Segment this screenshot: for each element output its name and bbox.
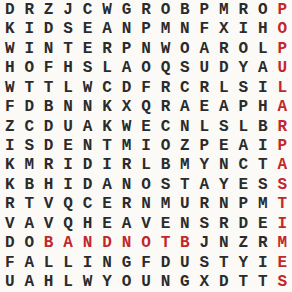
cell-r8c6[interactable]: T — [97, 136, 116, 155]
cell-r7c3[interactable]: D — [39, 117, 58, 136]
cell-r9c4[interactable]: I — [58, 156, 77, 175]
cell-r3c14[interactable]: L — [253, 39, 272, 58]
cell-r4c9[interactable]: Q — [156, 58, 175, 77]
cell-r5c3[interactable]: T — [39, 78, 58, 97]
cell-r6c3[interactable]: B — [39, 97, 58, 116]
cell-r15c3[interactable]: H — [39, 273, 58, 292]
cell-r14c4[interactable]: L — [58, 253, 77, 272]
cell-r12c9[interactable]: E — [156, 214, 175, 233]
cell-r5c13[interactable]: S — [234, 78, 253, 97]
cell-r4c1[interactable]: H — [0, 58, 19, 77]
cell-r10c14[interactable]: S — [253, 175, 272, 194]
cell-r15c1[interactable]: U — [0, 273, 19, 292]
cell-r11c15[interactable]: T — [273, 195, 292, 214]
cell-r3c7[interactable]: P — [117, 39, 136, 58]
cell-r14c2[interactable]: A — [19, 253, 38, 272]
cell-r6c12[interactable]: A — [214, 97, 233, 116]
cell-r14c13[interactable]: Y — [234, 253, 253, 272]
cell-r2c15[interactable]: O — [273, 19, 292, 38]
cell-r1c7[interactable]: G — [117, 0, 136, 19]
cell-r4c7[interactable]: A — [117, 58, 136, 77]
cell-r5c12[interactable]: L — [214, 78, 233, 97]
cell-r10c1[interactable]: K — [0, 175, 19, 194]
cell-r9c6[interactable]: I — [97, 156, 116, 175]
cell-r8c3[interactable]: D — [39, 136, 58, 155]
cell-r5c9[interactable]: R — [156, 78, 175, 97]
cell-r13c13[interactable]: Z — [234, 234, 253, 253]
cell-r9c13[interactable]: C — [234, 156, 253, 175]
cell-r8c13[interactable]: A — [234, 136, 253, 155]
cell-r10c9[interactable]: S — [156, 175, 175, 194]
cell-r1c11[interactable]: P — [195, 0, 214, 19]
cell-r14c5[interactable]: I — [78, 253, 97, 272]
cell-r11c14[interactable]: M — [253, 195, 272, 214]
cell-r7c13[interactable]: L — [234, 117, 253, 136]
cell-r2c7[interactable]: N — [117, 19, 136, 38]
cell-r5c14[interactable]: I — [253, 78, 272, 97]
cell-r7c4[interactable]: U — [58, 117, 77, 136]
cell-r1c12[interactable]: M — [214, 0, 233, 19]
cell-r4c15[interactable]: U — [273, 58, 292, 77]
cell-r5c6[interactable]: C — [97, 78, 116, 97]
cell-r1c15[interactable]: P — [273, 0, 292, 19]
cell-r1c1[interactable]: D — [0, 0, 19, 19]
cell-r15c5[interactable]: W — [78, 273, 97, 292]
cell-r14c14[interactable]: I — [253, 253, 272, 272]
cell-r15c13[interactable]: T — [234, 273, 253, 292]
cell-r14c6[interactable]: N — [97, 253, 116, 272]
cell-r14c15[interactable]: E — [273, 253, 292, 272]
word-search-grid: DRZJCWGROBPMROPKIDSEANPMNFXIHOWINTERPNWO… — [0, 0, 292, 292]
cell-r10c7[interactable]: N — [117, 175, 136, 194]
cell-r12c14[interactable]: E — [253, 214, 272, 233]
cell-r9c3[interactable]: R — [39, 156, 58, 175]
cell-r6c8[interactable]: Q — [136, 97, 155, 116]
cell-r1c5[interactable]: C — [78, 0, 97, 19]
cell-r11c13[interactable]: P — [234, 195, 253, 214]
cell-r7c11[interactable]: L — [195, 117, 214, 136]
cell-r11c9[interactable]: M — [156, 195, 175, 214]
cell-r5c8[interactable]: F — [136, 78, 155, 97]
cell-r10c15[interactable]: S — [273, 175, 292, 194]
cell-r3c2[interactable]: I — [19, 39, 38, 58]
cell-r7c10[interactable]: N — [175, 117, 194, 136]
cell-r9c15[interactable]: A — [273, 156, 292, 175]
cell-r15c10[interactable]: G — [175, 273, 194, 292]
cell-r2c13[interactable]: I — [234, 19, 253, 38]
cell-r3c5[interactable]: E — [78, 39, 97, 58]
cell-r4c10[interactable]: S — [175, 58, 194, 77]
cell-r13c10[interactable]: B — [175, 234, 194, 253]
cell-r12c13[interactable]: D — [234, 214, 253, 233]
cell-r4c6[interactable]: L — [97, 58, 116, 77]
cell-r13c9[interactable]: T — [156, 234, 175, 253]
cell-r14c1[interactable]: F — [0, 253, 19, 272]
cell-r5c11[interactable]: R — [195, 78, 214, 97]
cell-r3c9[interactable]: W — [156, 39, 175, 58]
cell-r3c6[interactable]: R — [97, 39, 116, 58]
cell-r15c12[interactable]: D — [214, 273, 233, 292]
cell-r8c11[interactable]: P — [195, 136, 214, 155]
cell-r13c1[interactable]: D — [0, 234, 19, 253]
cell-r2c14[interactable]: H — [253, 19, 272, 38]
cell-r6c1[interactable]: F — [0, 97, 19, 116]
cell-r5c1[interactable]: W — [0, 78, 19, 97]
cell-r1c8[interactable]: R — [136, 0, 155, 19]
cell-r7c14[interactable]: B — [253, 117, 272, 136]
cell-r1c4[interactable]: J — [58, 0, 77, 19]
cell-r11c4[interactable]: Q — [58, 195, 77, 214]
cell-r2c10[interactable]: N — [175, 19, 194, 38]
cell-r10c6[interactable]: A — [97, 175, 116, 194]
cell-r10c2[interactable]: B — [19, 175, 38, 194]
cell-r14c8[interactable]: F — [136, 253, 155, 272]
cell-r15c8[interactable]: U — [136, 273, 155, 292]
cell-r9c9[interactable]: B — [156, 156, 175, 175]
cell-r10c12[interactable]: Y — [214, 175, 233, 194]
cell-r13c11[interactable]: J — [195, 234, 214, 253]
cell-r7c6[interactable]: K — [97, 117, 116, 136]
cell-r7c1[interactable]: Z — [0, 117, 19, 136]
cell-r12c2[interactable]: A — [19, 214, 38, 233]
cell-r2c11[interactable]: F — [195, 19, 214, 38]
cell-r6c11[interactable]: E — [195, 97, 214, 116]
cell-r6c13[interactable]: P — [234, 97, 253, 116]
cell-r6c5[interactable]: N — [78, 97, 97, 116]
cell-r11c5[interactable]: C — [78, 195, 97, 214]
cell-r3c1[interactable]: W — [0, 39, 19, 58]
cell-r2c12[interactable]: X — [214, 19, 233, 38]
cell-r2c1[interactable]: K — [0, 19, 19, 38]
cell-r5c10[interactable]: C — [175, 78, 194, 97]
cell-r15c9[interactable]: N — [156, 273, 175, 292]
cell-r4c14[interactable]: A — [253, 58, 272, 77]
cell-r8c14[interactable]: I — [253, 136, 272, 155]
cell-r9c10[interactable]: M — [175, 156, 194, 175]
cell-r2c2[interactable]: I — [19, 19, 38, 38]
cell-r5c4[interactable]: L — [58, 78, 77, 97]
cell-r5c7[interactable]: D — [117, 78, 136, 97]
cell-r8c4[interactable]: E — [58, 136, 77, 155]
cell-r14c7[interactable]: G — [117, 253, 136, 272]
cell-r4c12[interactable]: D — [214, 58, 233, 77]
cell-r3c15[interactable]: P — [273, 39, 292, 58]
cell-r12c1[interactable]: V — [0, 214, 19, 233]
cell-r1c14[interactable]: O — [253, 0, 272, 19]
cell-r15c11[interactable]: X — [195, 273, 214, 292]
cell-r2c9[interactable]: M — [156, 19, 175, 38]
cell-r10c10[interactable]: T — [175, 175, 194, 194]
cell-r3c13[interactable]: O — [234, 39, 253, 58]
cell-r8c8[interactable]: I — [136, 136, 155, 155]
cell-r15c2[interactable]: A — [19, 273, 38, 292]
cell-r6c7[interactable]: X — [117, 97, 136, 116]
cell-r8c10[interactable]: Z — [175, 136, 194, 155]
cell-r12c11[interactable]: S — [195, 214, 214, 233]
cell-r15c6[interactable]: Y — [97, 273, 116, 292]
cell-r6c9[interactable]: R — [156, 97, 175, 116]
cell-r2c5[interactable]: E — [78, 19, 97, 38]
cell-r4c5[interactable]: S — [78, 58, 97, 77]
cell-r13c5[interactable]: N — [78, 234, 97, 253]
cell-r12c5[interactable]: H — [78, 214, 97, 233]
cell-r6c10[interactable]: A — [175, 97, 194, 116]
cell-r14c10[interactable]: U — [175, 253, 194, 272]
cell-r12c12[interactable]: R — [214, 214, 233, 233]
cell-r10c13[interactable]: E — [234, 175, 253, 194]
cell-r3c10[interactable]: O — [175, 39, 194, 58]
cell-r5c2[interactable]: T — [19, 78, 38, 97]
cell-r14c12[interactable]: T — [214, 253, 233, 272]
cell-r14c3[interactable]: L — [39, 253, 58, 272]
cell-r4c2[interactable]: O — [19, 58, 38, 77]
cell-r8c5[interactable]: N — [78, 136, 97, 155]
cell-r4c8[interactable]: O — [136, 58, 155, 77]
cell-r3c4[interactable]: T — [58, 39, 77, 58]
cell-r9c14[interactable]: T — [253, 156, 272, 175]
cell-r1c9[interactable]: O — [156, 0, 175, 19]
cell-r12c15[interactable]: I — [273, 214, 292, 233]
cell-r9c11[interactable]: Y — [195, 156, 214, 175]
cell-r10c3[interactable]: H — [39, 175, 58, 194]
cell-r3c12[interactable]: R — [214, 39, 233, 58]
cell-r9c5[interactable]: D — [78, 156, 97, 175]
cell-r6c14[interactable]: H — [253, 97, 272, 116]
cell-r13c14[interactable]: R — [253, 234, 272, 253]
cell-r9c1[interactable]: K — [0, 156, 19, 175]
cell-r4c11[interactable]: U — [195, 58, 214, 77]
cell-r11c6[interactable]: E — [97, 195, 116, 214]
cell-r12c6[interactable]: E — [97, 214, 116, 233]
cell-r10c11[interactable]: A — [195, 175, 214, 194]
cell-r10c8[interactable]: O — [136, 175, 155, 194]
cell-r12c4[interactable]: Q — [58, 214, 77, 233]
cell-r12c7[interactable]: A — [117, 214, 136, 233]
cell-r7c15[interactable]: R — [273, 117, 292, 136]
cell-r15c15[interactable]: S — [273, 273, 292, 292]
cell-r8c12[interactable]: E — [214, 136, 233, 155]
cell-r11c10[interactable]: U — [175, 195, 194, 214]
cell-r8c7[interactable]: M — [117, 136, 136, 155]
cell-r2c4[interactable]: S — [58, 19, 77, 38]
cell-r13c3[interactable]: B — [39, 234, 58, 253]
cell-r1c13[interactable]: R — [234, 0, 253, 19]
cell-r4c13[interactable]: Y — [234, 58, 253, 77]
cell-r1c10[interactable]: B — [175, 0, 194, 19]
cell-r11c3[interactable]: V — [39, 195, 58, 214]
cell-r11c7[interactable]: R — [117, 195, 136, 214]
cell-r9c7[interactable]: R — [117, 156, 136, 175]
cell-r2c3[interactable]: D — [39, 19, 58, 38]
cell-r14c11[interactable]: S — [195, 253, 214, 272]
cell-r8c2[interactable]: S — [19, 136, 38, 155]
cell-r14c9[interactable]: D — [156, 253, 175, 272]
cell-r7c5[interactable]: A — [78, 117, 97, 136]
cell-r6c15[interactable]: A — [273, 97, 292, 116]
cell-r13c7[interactable]: N — [117, 234, 136, 253]
cell-r12c3[interactable]: V — [39, 214, 58, 233]
cell-r9c2[interactable]: M — [19, 156, 38, 175]
cell-r13c8[interactable]: O — [136, 234, 155, 253]
cell-r6c6[interactable]: K — [97, 97, 116, 116]
cell-r3c11[interactable]: A — [195, 39, 214, 58]
cell-r5c15[interactable]: L — [273, 78, 292, 97]
cell-r13c12[interactable]: N — [214, 234, 233, 253]
cell-r7c8[interactable]: E — [136, 117, 155, 136]
cell-r11c8[interactable]: N — [136, 195, 155, 214]
cell-r11c12[interactable]: N — [214, 195, 233, 214]
cell-r8c1[interactable]: I — [0, 136, 19, 155]
cell-r7c2[interactable]: C — [19, 117, 38, 136]
cell-r13c4[interactable]: A — [58, 234, 77, 253]
cell-r2c8[interactable]: P — [136, 19, 155, 38]
cell-r12c8[interactable]: V — [136, 214, 155, 233]
cell-r15c4[interactable]: L — [58, 273, 77, 292]
cell-r2c6[interactable]: A — [97, 19, 116, 38]
cell-r13c15[interactable]: M — [273, 234, 292, 253]
cell-r15c14[interactable]: T — [253, 273, 272, 292]
cell-r6c2[interactable]: D — [19, 97, 38, 116]
cell-r15c7[interactable]: O — [117, 273, 136, 292]
cell-r1c2[interactable]: R — [19, 0, 38, 19]
cell-r12c10[interactable]: N — [175, 214, 194, 233]
cell-r10c4[interactable]: I — [58, 175, 77, 194]
cell-r7c12[interactable]: S — [214, 117, 233, 136]
cell-r11c2[interactable]: T — [19, 195, 38, 214]
cell-r4c3[interactable]: F — [39, 58, 58, 77]
cell-r3c3[interactable]: N — [39, 39, 58, 58]
cell-r7c7[interactable]: W — [117, 117, 136, 136]
cell-r8c15[interactable]: P — [273, 136, 292, 155]
cell-r5c5[interactable]: W — [78, 78, 97, 97]
cell-r13c2[interactable]: O — [19, 234, 38, 253]
cell-r9c8[interactable]: L — [136, 156, 155, 175]
cell-r6c4[interactable]: N — [58, 97, 77, 116]
cell-r7c9[interactable]: C — [156, 117, 175, 136]
cell-r9c12[interactable]: N — [214, 156, 233, 175]
cell-r1c3[interactable]: Z — [39, 0, 58, 19]
cell-r11c1[interactable]: R — [0, 195, 19, 214]
cell-r10c5[interactable]: D — [78, 175, 97, 194]
cell-r3c8[interactable]: N — [136, 39, 155, 58]
cell-r11c11[interactable]: R — [195, 195, 214, 214]
cell-r4c4[interactable]: H — [58, 58, 77, 77]
cell-r1c6[interactable]: W — [97, 0, 116, 19]
cell-r13c6[interactable]: D — [97, 234, 116, 253]
cell-r8c9[interactable]: O — [156, 136, 175, 155]
